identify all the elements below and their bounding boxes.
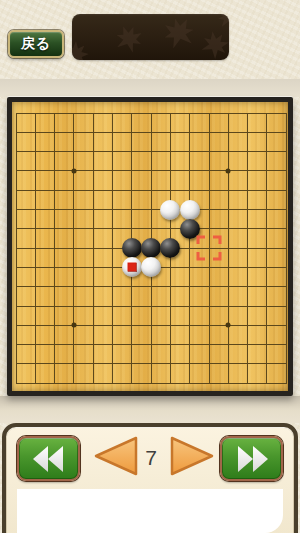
star-point: [71, 168, 76, 173]
right-triangle-icon: [169, 436, 215, 476]
maple-leaf-icon: [218, 14, 229, 28]
prev-move-button[interactable]: [93, 436, 139, 476]
grid-line-v: [189, 113, 190, 384]
grid-line-h: [16, 286, 287, 287]
next-move-button[interactable]: [169, 436, 215, 476]
move-counter: 7: [140, 445, 162, 471]
maple-leaf-icon: [197, 27, 229, 60]
grid-line-h: [16, 344, 287, 345]
grid-line-v: [266, 113, 267, 384]
double-left-arrow-icon: [32, 446, 66, 472]
fast-forward-button[interactable]: [220, 436, 283, 481]
grid-line-v: [286, 113, 287, 384]
background-band-top: [0, 79, 300, 97]
stone-white: [160, 200, 180, 220]
stone-white: [180, 200, 200, 220]
grid-line-h: [16, 363, 287, 364]
ad-banner[interactable]: [72, 14, 229, 60]
maple-leaf-icon: [72, 37, 93, 60]
grid-line-v: [247, 113, 248, 384]
stone-white: [141, 257, 161, 277]
last-move-marker: [127, 263, 136, 272]
maple-leaf-icon: [112, 22, 145, 55]
target-bracket-marker: [196, 235, 222, 261]
app-screen: 戻る 7: [0, 0, 300, 533]
stone-black: [141, 238, 161, 258]
double-right-arrow-icon: [235, 446, 269, 472]
star-point: [226, 168, 231, 173]
left-triangle-icon: [93, 436, 139, 476]
star-point: [71, 323, 76, 328]
stone-black: [122, 238, 142, 258]
stone-black: [160, 238, 180, 258]
back-button[interactable]: 戻る: [8, 30, 64, 58]
grid-line-v: [228, 113, 229, 384]
ad-placeholder: [17, 489, 283, 533]
stone-white: [122, 257, 142, 277]
grid-line-h: [16, 325, 287, 326]
background-band-bottom: [0, 396, 300, 423]
board-surface[interactable]: [7, 97, 293, 396]
grid-line-h: [16, 306, 287, 307]
star-point: [226, 323, 231, 328]
board-grid: [16, 113, 286, 383]
maple-leaf-icon: [161, 15, 198, 52]
grid-line-h: [16, 383, 287, 384]
rewind-button[interactable]: [17, 436, 80, 481]
